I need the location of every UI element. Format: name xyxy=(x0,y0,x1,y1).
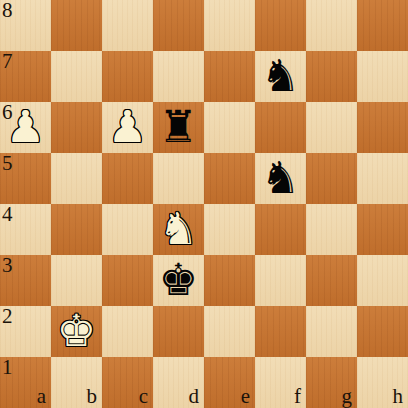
square-b6[interactable] xyxy=(51,102,102,153)
piece-white-knight-d4[interactable]: ♞ xyxy=(159,207,198,251)
square-e5[interactable] xyxy=(204,153,255,204)
file-label-b: b xyxy=(87,386,98,407)
rank-label-4: 4 xyxy=(2,204,13,225)
square-g8[interactable] xyxy=(306,0,357,51)
piece-white-king-b2[interactable]: ♚ xyxy=(57,309,96,353)
square-d6[interactable]: ♜ xyxy=(153,102,204,153)
square-d8[interactable] xyxy=(153,0,204,51)
file-label-g: g xyxy=(342,386,353,407)
rank-label-3: 3 xyxy=(2,255,13,276)
square-b1[interactable]: b xyxy=(51,357,102,408)
square-f7[interactable]: ♞ xyxy=(255,51,306,102)
square-a3[interactable]: 3 xyxy=(0,255,51,306)
square-f3[interactable] xyxy=(255,255,306,306)
chess-board: 87♞6♟♟♜5♞4♞3♚2♚1abcdefgh xyxy=(0,0,408,408)
square-h8[interactable] xyxy=(357,0,408,51)
square-e7[interactable] xyxy=(204,51,255,102)
piece-black-rook-d6[interactable]: ♜ xyxy=(159,105,198,149)
square-c1[interactable]: c xyxy=(102,357,153,408)
square-f2[interactable] xyxy=(255,306,306,357)
square-h4[interactable] xyxy=(357,204,408,255)
square-f6[interactable] xyxy=(255,102,306,153)
square-b5[interactable] xyxy=(51,153,102,204)
square-f5[interactable]: ♞ xyxy=(255,153,306,204)
file-label-a: a xyxy=(37,386,46,407)
rank-label-5: 5 xyxy=(2,153,13,174)
square-c2[interactable] xyxy=(102,306,153,357)
square-b4[interactable] xyxy=(51,204,102,255)
square-f1[interactable]: f xyxy=(255,357,306,408)
square-c4[interactable] xyxy=(102,204,153,255)
square-h1[interactable]: h xyxy=(357,357,408,408)
square-c7[interactable] xyxy=(102,51,153,102)
square-e4[interactable] xyxy=(204,204,255,255)
square-b7[interactable] xyxy=(51,51,102,102)
square-b8[interactable] xyxy=(51,0,102,51)
square-d1[interactable]: d xyxy=(153,357,204,408)
square-g5[interactable] xyxy=(306,153,357,204)
rank-label-7: 7 xyxy=(2,51,13,72)
file-label-c: c xyxy=(139,386,148,407)
file-label-e: e xyxy=(241,386,250,407)
file-label-d: d xyxy=(189,386,200,407)
rank-label-8: 8 xyxy=(2,0,13,21)
square-e8[interactable] xyxy=(204,0,255,51)
square-e1[interactable]: e xyxy=(204,357,255,408)
square-g3[interactable] xyxy=(306,255,357,306)
square-h7[interactable] xyxy=(357,51,408,102)
square-a7[interactable]: 7 xyxy=(0,51,51,102)
rank-label-2: 2 xyxy=(2,306,13,327)
piece-black-king-d3[interactable]: ♚ xyxy=(159,258,198,302)
piece-white-pawn-a6[interactable]: ♟ xyxy=(6,105,45,149)
piece-black-knight-f7[interactable]: ♞ xyxy=(261,54,300,98)
piece-black-knight-f5[interactable]: ♞ xyxy=(261,156,300,200)
square-g4[interactable] xyxy=(306,204,357,255)
rank-label-1: 1 xyxy=(2,357,13,378)
square-e6[interactable] xyxy=(204,102,255,153)
square-h2[interactable] xyxy=(357,306,408,357)
square-b2[interactable]: ♚ xyxy=(51,306,102,357)
square-f8[interactable] xyxy=(255,0,306,51)
square-e3[interactable] xyxy=(204,255,255,306)
file-label-h: h xyxy=(393,386,404,407)
square-g2[interactable] xyxy=(306,306,357,357)
square-d3[interactable]: ♚ xyxy=(153,255,204,306)
square-d7[interactable] xyxy=(153,51,204,102)
square-h5[interactable] xyxy=(357,153,408,204)
square-g6[interactable] xyxy=(306,102,357,153)
square-c8[interactable] xyxy=(102,0,153,51)
square-c6[interactable]: ♟ xyxy=(102,102,153,153)
square-a8[interactable]: 8 xyxy=(0,0,51,51)
square-c5[interactable] xyxy=(102,153,153,204)
piece-white-pawn-c6[interactable]: ♟ xyxy=(108,105,147,149)
square-a1[interactable]: 1a xyxy=(0,357,51,408)
square-g7[interactable] xyxy=(306,51,357,102)
square-g1[interactable]: g xyxy=(306,357,357,408)
square-h3[interactable] xyxy=(357,255,408,306)
square-b3[interactable] xyxy=(51,255,102,306)
file-label-f: f xyxy=(294,386,301,407)
square-d2[interactable] xyxy=(153,306,204,357)
square-a6[interactable]: 6♟ xyxy=(0,102,51,153)
square-d5[interactable] xyxy=(153,153,204,204)
square-c3[interactable] xyxy=(102,255,153,306)
square-a5[interactable]: 5 xyxy=(0,153,51,204)
square-d4[interactable]: ♞ xyxy=(153,204,204,255)
square-a4[interactable]: 4 xyxy=(0,204,51,255)
square-e2[interactable] xyxy=(204,306,255,357)
square-h6[interactable] xyxy=(357,102,408,153)
square-f4[interactable] xyxy=(255,204,306,255)
square-a2[interactable]: 2 xyxy=(0,306,51,357)
